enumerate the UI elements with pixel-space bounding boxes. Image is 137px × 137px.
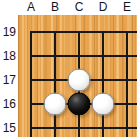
column-label: B [45,0,65,14]
grid-line-vertical [30,31,32,137]
row-label: 17 [0,73,17,87]
grid-line-horizontal [30,55,137,57]
grid-line-horizontal [30,127,137,129]
go-board[interactable] [18,15,137,137]
row-label: 19 [0,25,17,39]
grid-line-vertical [126,31,128,137]
column-label: C [69,0,89,14]
grid-line-vertical [54,31,56,137]
grid-line-vertical [102,31,104,137]
grid-line-horizontal [30,31,137,33]
column-label: D [93,0,113,14]
row-label: 18 [0,49,17,63]
row-label: 16 [0,97,17,111]
go-board-screenshot: ABCDE 1918171615 [0,0,137,137]
black-stone-C16[interactable] [68,93,91,116]
row-label: 15 [0,121,17,135]
white-stone-C17[interactable] [68,69,91,92]
white-stone-B16[interactable] [44,93,67,116]
column-label: E [117,0,137,14]
white-stone-D16[interactable] [92,93,115,116]
column-label: A [21,0,41,14]
